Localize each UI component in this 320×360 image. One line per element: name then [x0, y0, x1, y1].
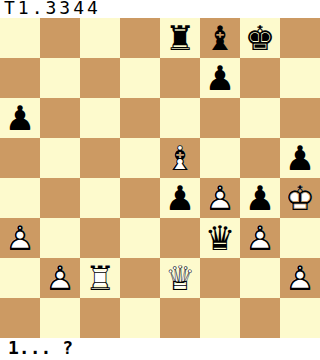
square-d1[interactable]: [120, 298, 160, 338]
square-a2[interactable]: [0, 258, 40, 298]
square-a7[interactable]: [0, 58, 40, 98]
square-e6[interactable]: [160, 98, 200, 138]
piece-white-bishop: ♗: [160, 138, 200, 178]
square-h5[interactable]: ♟: [280, 138, 320, 178]
square-f3[interactable]: ♛: [200, 218, 240, 258]
square-c8[interactable]: [80, 18, 120, 58]
square-f7[interactable]: ♟: [200, 58, 240, 98]
square-e8[interactable]: ♜: [160, 18, 200, 58]
square-f8[interactable]: ♝: [200, 18, 240, 58]
square-b7[interactable]: [40, 58, 80, 98]
square-c7[interactable]: [80, 58, 120, 98]
piece-black-pawn: ♟: [0, 98, 40, 138]
square-g6[interactable]: [240, 98, 280, 138]
square-c4[interactable]: [80, 178, 120, 218]
square-f1[interactable]: [200, 298, 240, 338]
piece-white-pawn: ♙: [240, 218, 280, 258]
square-d5[interactable]: [120, 138, 160, 178]
square-b8[interactable]: [40, 18, 80, 58]
square-a3[interactable]: ♟♙: [0, 218, 40, 258]
square-g8[interactable]: ♚: [240, 18, 280, 58]
square-b5[interactable]: [40, 138, 80, 178]
move-prompt: 1... ?: [0, 338, 320, 360]
square-b6[interactable]: [40, 98, 80, 138]
piece-white-queen: ♕: [160, 258, 200, 298]
square-b2[interactable]: ♟♙: [40, 258, 80, 298]
square-h7[interactable]: [280, 58, 320, 98]
chess-puzzle-app: T1.3344 ♜♝♚♟♟♝♗♟♟♟♙♟♚♔♟♙♛♟♙♟♙♜♖♛♕♟♙ 1...…: [0, 0, 320, 360]
piece-black-pawn: ♟: [240, 178, 280, 218]
piece-white-king: ♔: [280, 178, 320, 218]
piece-black-king: ♚: [240, 18, 280, 58]
square-e2[interactable]: ♛♕: [160, 258, 200, 298]
square-f6[interactable]: [200, 98, 240, 138]
square-d7[interactable]: [120, 58, 160, 98]
square-a1[interactable]: [0, 298, 40, 338]
square-e4[interactable]: ♟: [160, 178, 200, 218]
piece-white-pawn: ♙: [200, 178, 240, 218]
square-g7[interactable]: [240, 58, 280, 98]
square-a5[interactable]: [0, 138, 40, 178]
square-g5[interactable]: [240, 138, 280, 178]
square-c5[interactable]: [80, 138, 120, 178]
square-d2[interactable]: [120, 258, 160, 298]
square-b4[interactable]: [40, 178, 80, 218]
chess-board: ♜♝♚♟♟♝♗♟♟♟♙♟♚♔♟♙♛♟♙♟♙♜♖♛♕♟♙: [0, 18, 320, 338]
square-d8[interactable]: [120, 18, 160, 58]
square-c1[interactable]: [80, 298, 120, 338]
square-a8[interactable]: [0, 18, 40, 58]
piece-white-pawn: ♙: [280, 258, 320, 298]
square-g3[interactable]: ♟♙: [240, 218, 280, 258]
square-d6[interactable]: [120, 98, 160, 138]
square-f2[interactable]: [200, 258, 240, 298]
square-h2[interactable]: ♟♙: [280, 258, 320, 298]
square-e5[interactable]: ♝♗: [160, 138, 200, 178]
piece-white-pawn: ♙: [40, 258, 80, 298]
square-e3[interactable]: [160, 218, 200, 258]
square-c6[interactable]: [80, 98, 120, 138]
square-d4[interactable]: [120, 178, 160, 218]
square-h4[interactable]: ♚♔: [280, 178, 320, 218]
square-g4[interactable]: ♟: [240, 178, 280, 218]
square-e1[interactable]: [160, 298, 200, 338]
square-g2[interactable]: [240, 258, 280, 298]
piece-black-rook: ♜: [160, 18, 200, 58]
square-f4[interactable]: ♟♙: [200, 178, 240, 218]
square-h8[interactable]: [280, 18, 320, 58]
square-a6[interactable]: ♟: [0, 98, 40, 138]
square-c2[interactable]: ♜♖: [80, 258, 120, 298]
piece-black-pawn: ♟: [200, 58, 240, 98]
piece-black-pawn: ♟: [160, 178, 200, 218]
square-h6[interactable]: [280, 98, 320, 138]
piece-black-bishop: ♝: [200, 18, 240, 58]
square-g1[interactable]: [240, 298, 280, 338]
square-b1[interactable]: [40, 298, 80, 338]
puzzle-title: T1.3344: [0, 0, 320, 18]
piece-black-pawn: ♟: [280, 138, 320, 178]
piece-white-rook: ♖: [80, 258, 120, 298]
square-b3[interactable]: [40, 218, 80, 258]
square-f5[interactable]: [200, 138, 240, 178]
square-c3[interactable]: [80, 218, 120, 258]
square-d3[interactable]: [120, 218, 160, 258]
square-h1[interactable]: [280, 298, 320, 338]
square-a4[interactable]: [0, 178, 40, 218]
square-e7[interactable]: [160, 58, 200, 98]
piece-white-pawn: ♙: [0, 218, 40, 258]
piece-black-queen: ♛: [200, 218, 240, 258]
square-h3[interactable]: [280, 218, 320, 258]
